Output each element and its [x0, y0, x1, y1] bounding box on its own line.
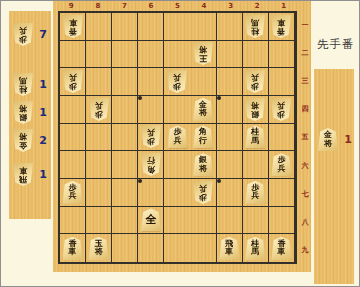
- piece-kanji: 銀: [251, 109, 259, 118]
- square-39[interactable]: 飛車: [217, 234, 243, 262]
- shogi-app-window: 987654321 香車桂馬香車王将歩兵歩兵歩兵歩兵金将銀将歩兵歩兵歩兵角行桂馬…: [0, 0, 360, 287]
- piece-kanji: 兵: [173, 73, 181, 82]
- square-56[interactable]: [164, 151, 190, 179]
- square-23[interactable]: 歩兵: [243, 68, 269, 96]
- square-29[interactable]: 桂馬: [243, 234, 269, 262]
- sente-pawn[interactable]: 歩兵: [271, 153, 291, 176]
- sente-bishop[interactable]: 角行: [193, 125, 213, 148]
- hoshi-dot: [217, 179, 221, 183]
- piece-kanji: 銀: [19, 113, 27, 122]
- gote-hand-gold[interactable]: 金将2: [13, 129, 47, 152]
- rank-label-5: 五: [299, 123, 311, 151]
- piece-kanji: 歩: [147, 137, 155, 146]
- gote-silver[interactable]: 銀将: [13, 101, 33, 124]
- square-55[interactable]: 歩兵: [164, 124, 190, 152]
- file-labels: 987654321: [58, 1, 297, 11]
- square-43[interactable]: [191, 68, 217, 96]
- square-71[interactable]: [112, 13, 138, 41]
- board-grid: 香車桂馬香車王将歩兵歩兵歩兵歩兵金将銀将歩兵歩兵歩兵角行桂馬角行銀将歩兵歩兵歩兵…: [58, 11, 297, 264]
- sente-knight[interactable]: 桂馬: [245, 125, 265, 148]
- square-92[interactable]: [60, 41, 86, 69]
- piece-kanji: 歩: [95, 109, 103, 118]
- gote-captured-pieces-stand: 歩兵7桂馬1銀将1金将2飛車1: [9, 11, 51, 219]
- square-58[interactable]: [164, 207, 190, 235]
- piece-kanji: 歩: [69, 82, 77, 91]
- square-46[interactable]: 銀将: [191, 151, 217, 179]
- piece-kanji: 金: [19, 141, 27, 150]
- rank-label-1: 一: [299, 11, 311, 39]
- square-51[interactable]: [164, 13, 190, 41]
- piece-kanji: 将: [19, 132, 27, 141]
- square-16[interactable]: 歩兵: [269, 151, 295, 179]
- sente-pawn[interactable]: 歩兵: [167, 125, 187, 148]
- piece-kanji: 飛: [19, 175, 27, 184]
- piece-kanji: 歩: [199, 192, 207, 201]
- sente-silver[interactable]: 銀将: [193, 153, 213, 176]
- square-33[interactable]: [217, 68, 243, 96]
- square-15[interactable]: [269, 124, 295, 152]
- piece-kanji: 将: [199, 45, 207, 54]
- file-label-7: 7: [111, 1, 138, 11]
- gote-lance[interactable]: 香車: [63, 15, 83, 38]
- file-label-2: 2: [244, 1, 271, 11]
- piece-kanji: 馬: [19, 76, 27, 85]
- square-73[interactable]: [112, 68, 138, 96]
- square-18[interactable]: [269, 207, 295, 235]
- piece-kanji: 兵: [95, 101, 103, 110]
- piece-kanji: 行: [147, 156, 155, 165]
- turn-indicator: 先手番: [317, 37, 355, 52]
- piece-kanji: 兵: [277, 101, 285, 110]
- piece-kanji: 兵: [251, 192, 259, 201]
- square-88[interactable]: [86, 207, 112, 235]
- square-79[interactable]: [112, 234, 138, 262]
- gote-hand-knight-count: 1: [39, 78, 47, 91]
- sente-lance[interactable]: 香車: [271, 237, 291, 260]
- sente-pawn[interactable]: 歩兵: [245, 181, 265, 204]
- gote-pawn[interactable]: 歩兵: [13, 23, 33, 46]
- sente-lance[interactable]: 香車: [63, 237, 83, 260]
- square-54[interactable]: [164, 96, 190, 124]
- square-97[interactable]: 歩兵: [60, 179, 86, 207]
- gote-hand-knight[interactable]: 桂馬1: [13, 73, 47, 96]
- file-label-3: 3: [217, 1, 244, 11]
- sente-rook[interactable]: 飛車: [219, 237, 239, 260]
- square-59[interactable]: [164, 234, 190, 262]
- square-96[interactable]: [60, 151, 86, 179]
- square-31[interactable]: [217, 13, 243, 41]
- square-62[interactable]: [138, 41, 164, 69]
- file-label-6: 6: [138, 1, 165, 11]
- piece-kanji: 車: [277, 18, 285, 27]
- rank-label-3: 三: [299, 67, 311, 95]
- piece-kanji: 桂: [251, 26, 259, 35]
- square-28[interactable]: [243, 207, 269, 235]
- square-53[interactable]: 歩兵: [164, 68, 190, 96]
- square-67[interactable]: [138, 179, 164, 207]
- hoshi-dot: [138, 96, 142, 100]
- square-25[interactable]: 桂馬: [243, 124, 269, 152]
- square-11[interactable]: 香車: [269, 13, 295, 41]
- gote-lance[interactable]: 香車: [271, 15, 291, 38]
- square-12[interactable]: [269, 41, 295, 69]
- piece-kanji: 桂: [19, 85, 27, 94]
- gote-pawn[interactable]: 歩兵: [271, 98, 291, 121]
- gote-pawn[interactable]: 歩兵: [193, 181, 213, 204]
- square-49[interactable]: [191, 234, 217, 262]
- square-85[interactable]: [86, 124, 112, 152]
- hoshi-dot: [138, 179, 142, 183]
- gote-hand-pawn[interactable]: 歩兵7: [13, 23, 47, 46]
- square-37[interactable]: [217, 179, 243, 207]
- piece-kanji: 車: [225, 248, 233, 257]
- piece-kanji: 兵: [173, 137, 181, 146]
- sente-hand-gold[interactable]: 金将1: [318, 128, 352, 151]
- square-48[interactable]: [191, 207, 217, 235]
- square-52[interactable]: [164, 41, 190, 69]
- piece-kanji: 兵: [69, 73, 77, 82]
- piece-kanji: 歩: [173, 82, 181, 91]
- square-75[interactable]: [112, 124, 138, 152]
- file-label-9: 9: [58, 1, 85, 11]
- piece-kanji: 将: [324, 140, 332, 149]
- piece-kanji: 兵: [147, 128, 155, 137]
- square-34[interactable]: [217, 96, 243, 124]
- gote-pawn[interactable]: 歩兵: [89, 98, 109, 121]
- gote-knight[interactable]: 桂馬: [245, 15, 265, 38]
- square-13[interactable]: [269, 68, 295, 96]
- square-64[interactable]: [138, 96, 164, 124]
- square-44[interactable]: 金将: [191, 96, 217, 124]
- square-87[interactable]: [86, 179, 112, 207]
- piece-kanji: 行: [199, 137, 207, 146]
- square-26[interactable]: [243, 151, 269, 179]
- sente-knight[interactable]: 桂馬: [245, 237, 265, 260]
- gote-gold[interactable]: 金将: [13, 129, 33, 152]
- square-38[interactable]: [217, 207, 243, 235]
- square-81[interactable]: [86, 13, 112, 41]
- square-98[interactable]: [60, 207, 86, 235]
- piece-kanji: 将: [19, 104, 27, 113]
- shogi-board: 987654321 香車桂馬香車王将歩兵歩兵歩兵歩兵金将銀将歩兵歩兵歩兵角行桂馬…: [53, 1, 311, 272]
- rank-label-9: 九: [299, 236, 311, 264]
- square-27[interactable]: 歩兵: [243, 179, 269, 207]
- square-77[interactable]: [112, 179, 138, 207]
- sente-gold[interactable]: 金将: [318, 128, 338, 151]
- gote-pawn[interactable]: 歩兵: [141, 125, 161, 148]
- square-65[interactable]: 歩兵: [138, 124, 164, 152]
- piece-kanji: 車: [69, 18, 77, 27]
- square-89[interactable]: 玉将: [86, 234, 112, 262]
- square-42[interactable]: 王将: [191, 41, 217, 69]
- piece-kanji: 角: [147, 165, 155, 174]
- gote-pawn[interactable]: 歩兵: [167, 70, 187, 93]
- square-14[interactable]: 歩兵: [269, 96, 295, 124]
- gote-king[interactable]: 王将: [193, 42, 213, 65]
- piece-kanji: 馬: [251, 248, 259, 257]
- piece-kanji: 将: [199, 165, 207, 174]
- square-61[interactable]: [138, 13, 164, 41]
- square-74[interactable]: [112, 96, 138, 124]
- rank-label-8: 八: [299, 208, 311, 236]
- file-label-8: 8: [85, 1, 112, 11]
- square-86[interactable]: [86, 151, 112, 179]
- piece-kanji: 馬: [251, 18, 259, 27]
- piece-kanji: 全: [145, 214, 156, 225]
- piece-kanji: 歩: [19, 35, 27, 44]
- gote-pawn[interactable]: 歩兵: [245, 70, 265, 93]
- sente-gold[interactable]: 金将: [193, 98, 213, 121]
- gote-hand-gold-count: 2: [39, 134, 47, 147]
- piece-kanji: 車: [277, 248, 285, 257]
- square-78[interactable]: [112, 207, 138, 235]
- file-label-4: 4: [191, 1, 218, 11]
- square-76[interactable]: [112, 151, 138, 179]
- piece-kanji: 香: [69, 26, 77, 35]
- square-21[interactable]: 桂馬: [243, 13, 269, 41]
- piece-kanji: 王: [199, 54, 207, 63]
- square-72[interactable]: [112, 41, 138, 69]
- square-45[interactable]: 角行: [191, 124, 217, 152]
- gote-rook[interactable]: 飛車: [13, 163, 33, 186]
- piece-kanji: 車: [69, 248, 77, 257]
- rank-label-6: 六: [299, 152, 311, 180]
- sente-pawn[interactable]: 歩兵: [63, 181, 83, 204]
- piece-kanji: 馬: [251, 137, 259, 146]
- piece-kanji: 歩: [277, 109, 285, 118]
- square-99[interactable]: 香車: [60, 234, 86, 262]
- square-83[interactable]: [86, 68, 112, 96]
- sente-king[interactable]: 玉将: [89, 237, 109, 260]
- square-69[interactable]: [138, 234, 164, 262]
- sente-promoted-silver[interactable]: 全: [141, 208, 161, 231]
- gote-pawn[interactable]: 歩兵: [63, 70, 83, 93]
- rank-labels: 一二三四五六七八九: [299, 11, 311, 264]
- square-84[interactable]: 歩兵: [86, 96, 112, 124]
- rank-label-2: 二: [299, 39, 311, 67]
- piece-kanji: 将: [199, 109, 207, 118]
- sente-hand-gold-count: 1: [344, 133, 352, 146]
- square-94[interactable]: [60, 96, 86, 124]
- gote-hand-silver-count: 1: [39, 106, 47, 119]
- piece-kanji: 兵: [69, 192, 77, 201]
- file-label-5: 5: [164, 1, 191, 11]
- gote-silver[interactable]: 銀将: [245, 98, 265, 121]
- hoshi-dot: [217, 96, 221, 100]
- square-47[interactable]: 歩兵: [191, 179, 217, 207]
- square-93[interactable]: 歩兵: [60, 68, 86, 96]
- file-label-1: 1: [270, 1, 297, 11]
- square-22[interactable]: [243, 41, 269, 69]
- square-24[interactable]: 銀将: [243, 96, 269, 124]
- square-63[interactable]: [138, 68, 164, 96]
- piece-kanji: 将: [251, 101, 259, 110]
- square-66[interactable]: 角行: [138, 151, 164, 179]
- square-82[interactable]: [86, 41, 112, 69]
- gote-hand-pawn-count: 7: [39, 28, 47, 41]
- piece-kanji: 兵: [251, 73, 259, 82]
- piece-kanji: 兵: [199, 184, 207, 193]
- piece-kanji: 車: [19, 166, 27, 175]
- square-35[interactable]: [217, 124, 243, 152]
- square-41[interactable]: [191, 13, 217, 41]
- square-68[interactable]: 全: [138, 207, 164, 235]
- piece-kanji: 兵: [277, 165, 285, 174]
- gote-hand-rook-count: 1: [39, 168, 47, 181]
- gote-hand-rook[interactable]: 飛車1: [13, 163, 47, 186]
- square-17[interactable]: [269, 179, 295, 207]
- gote-knight[interactable]: 桂馬: [13, 73, 33, 96]
- piece-kanji: 歩: [251, 82, 259, 91]
- gote-hand-silver[interactable]: 銀将1: [13, 101, 47, 124]
- sente-captured-pieces-stand: 金将1: [314, 69, 354, 284]
- square-32[interactable]: [217, 41, 243, 69]
- square-57[interactable]: [164, 179, 190, 207]
- square-95[interactable]: [60, 124, 86, 152]
- square-36[interactable]: [217, 151, 243, 179]
- piece-kanji: 香: [277, 26, 285, 35]
- piece-kanji: 将: [95, 248, 103, 257]
- square-91[interactable]: 香車: [60, 13, 86, 41]
- square-19[interactable]: 香車: [269, 234, 295, 262]
- piece-kanji: 兵: [19, 26, 27, 35]
- rank-label-7: 七: [299, 180, 311, 208]
- rank-label-4: 四: [299, 95, 311, 123]
- gote-bishop[interactable]: 角行: [141, 153, 161, 176]
